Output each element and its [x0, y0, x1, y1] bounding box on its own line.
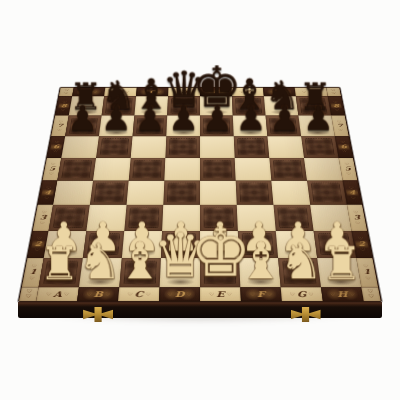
- square-e8: ♚: [200, 96, 233, 115]
- file-label-bottom-c: ♡C♡: [118, 287, 160, 301]
- square-f2: ♟: [238, 231, 278, 258]
- heart-motif-icon: ♡: [168, 292, 173, 296]
- heart-motif-icon: ♡: [271, 91, 275, 94]
- heart-motif-icon: ♡: [157, 91, 161, 94]
- heart-motif-icon: ♡: [57, 129, 62, 132]
- rank-label-right-4-label: 4: [349, 190, 356, 196]
- piece-shadow: [44, 278, 75, 286]
- square-a8: ♜: [69, 96, 104, 115]
- square-b7: ♟: [99, 116, 135, 136]
- heart-motif-icon: ♡: [93, 91, 98, 94]
- heart-motif-icon: ♡: [338, 129, 343, 132]
- heart-motif-icon: ♡: [226, 292, 231, 296]
- square-c3: [124, 205, 163, 231]
- square-b6: [96, 136, 133, 158]
- chess-board: ♡♡♡A♡♡B♡♡C♡♡D♡♡E♡♡F♡♡G♡♡H♡♡♡♡8♡♜♞♝♛♚♝♞♜♡…: [18, 87, 382, 302]
- square-a2: ♟: [44, 231, 87, 258]
- rank-label-right-8: ♡8♡: [328, 96, 345, 115]
- heart-motif-icon: ♡: [49, 172, 54, 175]
- heart-motif-icon: ♡: [331, 92, 336, 95]
- heart-motif-icon: ♡: [342, 150, 347, 153]
- square-e4: [200, 181, 237, 205]
- piece-shadow: [269, 110, 293, 115]
- heart-motif-icon: ♡: [349, 292, 355, 296]
- square-h1: ♜: [317, 258, 361, 287]
- rank-label-right-1-label: 1: [363, 269, 371, 276]
- heart-motif-icon: ♡: [44, 196, 49, 199]
- square-a3: [49, 205, 90, 231]
- file-label-top-a: ♡A♡: [72, 88, 105, 97]
- square-c4: [127, 181, 165, 205]
- white-pawn: ♟: [124, 217, 160, 257]
- piece-shadow: [85, 278, 115, 286]
- square-g5: [269, 158, 307, 181]
- square-c1: ♝: [119, 258, 161, 287]
- square-e5: [200, 158, 236, 181]
- rank-label-left-1-label: 1: [29, 269, 37, 276]
- square-a1: ♜: [39, 258, 83, 287]
- heart-motif-icon: ♡: [25, 294, 32, 299]
- piece-shadow: [73, 110, 98, 115]
- piece-shadow: [325, 278, 356, 286]
- heart-motif-icon: ♡: [105, 292, 111, 296]
- rank-label-right-6: ♡6♡: [335, 136, 353, 158]
- file-label-bottom-e: ♡E♡: [200, 287, 241, 301]
- heart-motif-icon: ♡: [346, 172, 351, 175]
- white-pawn: ♟: [45, 217, 81, 257]
- square-g2: ♟: [276, 231, 317, 258]
- square-e1: ♚: [200, 258, 240, 287]
- heart-motif-icon: ♡: [26, 289, 33, 294]
- heart-motif-icon: ♡: [112, 91, 116, 94]
- piece-shadow: [88, 250, 117, 257]
- square-d2: ♟: [161, 231, 200, 258]
- square-b2: ♟: [83, 231, 124, 258]
- rank-label-right-2: ♡2♡: [351, 231, 372, 258]
- heart-motif-icon: ♡: [250, 292, 256, 296]
- heart-motif-icon: ♡: [46, 292, 52, 296]
- border-corner-bottom-right: ♡♡: [361, 287, 380, 301]
- file-label-top-d: ♡D♡: [168, 88, 200, 97]
- heart-motif-icon: ♡: [330, 292, 336, 296]
- square-c8: ♝: [134, 96, 168, 115]
- white-pawn: ♟: [84, 217, 120, 257]
- file-label-top-a-label: A: [86, 90, 92, 94]
- piece-shadow: [237, 110, 261, 115]
- file-label-bottom-f: ♡F♡: [240, 287, 282, 301]
- square-c6: [131, 136, 167, 158]
- heart-motif-icon: ♡: [367, 289, 374, 294]
- heart-motif-icon: ♡: [358, 237, 364, 241]
- heart-motif-icon: ♡: [39, 221, 45, 225]
- square-f3: [237, 205, 276, 231]
- rank-label-left-4-label: 4: [44, 190, 51, 196]
- board-front-edge: [18, 302, 382, 318]
- heart-motif-icon: ♡: [284, 91, 288, 94]
- piece-shadow: [125, 278, 155, 286]
- heart-motif-icon: ♡: [189, 91, 193, 94]
- file-label-top-f-label: F: [245, 90, 250, 94]
- square-e6: [200, 136, 235, 158]
- file-label-bottom-b-label: B: [93, 290, 103, 298]
- heart-motif-icon: ♡: [64, 292, 70, 296]
- square-f5: [235, 158, 272, 181]
- heart-motif-icon: ♡: [53, 150, 58, 153]
- rank-label-right-7: ♡7♡: [331, 116, 349, 136]
- square-h7: ♟: [298, 116, 334, 136]
- square-c5: [129, 158, 166, 181]
- square-a5: [57, 158, 96, 181]
- piece-shadow: [106, 110, 130, 115]
- square-d7: ♟: [166, 116, 200, 136]
- square-g4: [271, 181, 310, 205]
- file-label-top-g-label: G: [276, 90, 282, 94]
- square-e2: ♟: [200, 231, 239, 258]
- heart-motif-icon: ♡: [61, 109, 66, 112]
- square-d6: [165, 136, 200, 158]
- heart-motif-icon: ♡: [302, 91, 307, 94]
- square-h8: ♜: [296, 96, 331, 115]
- square-c7: ♟: [133, 116, 168, 136]
- square-f7: ♟: [233, 116, 268, 136]
- heart-motif-icon: ♡: [80, 91, 85, 94]
- heart-motif-icon: ♡: [350, 196, 355, 199]
- piece-shadow: [285, 278, 315, 286]
- heart-motif-icon: ♡: [308, 292, 314, 296]
- file-label-top-c-label: C: [149, 90, 155, 94]
- piece-shadow: [104, 130, 129, 135]
- heart-motif-icon: ♡: [36, 237, 42, 241]
- piece-shadow: [283, 250, 312, 257]
- square-c2: ♟: [122, 231, 162, 258]
- square-f1: ♝: [239, 258, 281, 287]
- rank-label-right-4: ♡4♡: [343, 181, 362, 205]
- piece-shadow: [204, 110, 228, 115]
- file-label-bottom-a-label: A: [53, 290, 63, 298]
- square-d3: [162, 205, 200, 231]
- white-pawn: ♟: [202, 217, 238, 257]
- square-g8: ♞: [264, 96, 299, 115]
- heart-motif-icon: ♡: [34, 248, 40, 252]
- file-label-top-g: ♡G♡: [263, 88, 296, 97]
- square-a7: ♟: [65, 116, 101, 136]
- square-b8: ♞: [102, 96, 137, 115]
- file-label-bottom-e-label: E: [216, 290, 224, 298]
- white-pawn: ♟: [280, 217, 316, 257]
- heart-motif-icon: ♡: [175, 91, 179, 94]
- piece-shadow: [139, 110, 163, 115]
- piece-shadow: [165, 278, 195, 286]
- square-h4: [307, 181, 347, 205]
- piece-shadow: [137, 130, 162, 135]
- heart-motif-icon: ♡: [289, 292, 295, 296]
- square-e7: ♟: [200, 116, 234, 136]
- rank-label-right-1: ♡1♡: [356, 258, 378, 287]
- square-f4: [236, 181, 274, 205]
- board-surface: ♡♡♡A♡♡B♡♡C♡♡D♡♡E♡♡F♡♡G♡♡H♡♡♡♡8♡♜♞♝♛♚♝♞♜♡…: [18, 87, 382, 302]
- square-a6: [61, 136, 99, 158]
- heart-motif-icon: ♡: [86, 292, 92, 296]
- piece-shadow: [238, 130, 263, 135]
- file-label-top-c: ♡C♡: [136, 88, 168, 97]
- file-label-top-e-label: E: [213, 90, 218, 94]
- piece-shadow: [245, 278, 275, 286]
- file-label-bottom-b: ♡B♡: [77, 287, 119, 301]
- square-g3: [273, 205, 313, 231]
- file-label-bottom-h: ♡H♡: [321, 287, 364, 301]
- file-label-top-e: ♡E♡: [200, 88, 232, 97]
- white-pawn: ♟: [163, 217, 199, 257]
- border-corner-top-right: ♡♡: [326, 88, 341, 97]
- square-h3: [310, 205, 351, 231]
- file-label-top-b-label: B: [117, 90, 123, 94]
- heart-motif-icon: ♡: [207, 91, 211, 94]
- file-label-top-b: ♡B♡: [104, 88, 137, 97]
- file-label-top-f: ♡F♡: [232, 88, 264, 97]
- file-label-bottom-g-label: G: [297, 290, 307, 298]
- heart-motif-icon: ♡: [335, 109, 340, 112]
- piece-shadow: [166, 250, 195, 257]
- heart-motif-icon: ♡: [145, 292, 151, 296]
- piece-shadow: [172, 110, 196, 115]
- chess-set-photo: ♡♡♡A♡♡B♡♡C♡♡D♡♡E♡♡F♡♡G♡♡H♡♡♡♡8♡♜♞♝♛♚♝♞♜♡…: [0, 0, 400, 400]
- heart-motif-icon: ♡: [355, 221, 361, 225]
- square-h6: [301, 136, 339, 158]
- piece-shadow: [305, 130, 330, 135]
- heart-motif-icon: ♡: [252, 91, 256, 94]
- square-h5: [304, 158, 343, 181]
- file-label-bottom-f-label: F: [257, 290, 265, 298]
- heart-motif-icon: ♡: [368, 294, 375, 299]
- piece-shadow: [302, 110, 327, 115]
- heart-motif-icon: ♡: [127, 292, 133, 296]
- square-b3: [86, 205, 126, 231]
- white-pawn: ♟: [241, 217, 277, 257]
- square-d1: ♛: [160, 258, 200, 287]
- square-g6: [267, 136, 304, 158]
- heart-motif-icon: ♡: [365, 276, 371, 280]
- square-d4: [163, 181, 200, 205]
- piece-shadow: [49, 250, 79, 257]
- piece-shadow: [271, 130, 296, 135]
- square-h2: ♟: [314, 231, 357, 258]
- piece-shadow: [70, 130, 95, 135]
- piece-shadow: [321, 250, 351, 257]
- heart-motif-icon: ♡: [239, 91, 243, 94]
- heart-motif-icon: ♡: [267, 292, 273, 296]
- piece-shadow: [171, 130, 196, 135]
- border-corner-bottom-left: ♡♡: [19, 287, 38, 301]
- square-b4: [90, 181, 129, 205]
- square-f6: [234, 136, 270, 158]
- square-d8: ♛: [167, 96, 200, 115]
- file-label-bottom-d: ♡D♡: [159, 287, 200, 301]
- file-label-bottom-g: ♡G♡: [281, 287, 323, 301]
- square-e3: [200, 205, 238, 231]
- file-label-top-d-label: D: [181, 90, 187, 94]
- square-g7: ♟: [266, 116, 302, 136]
- heart-motif-icon: ♡: [125, 91, 129, 94]
- square-d5: [164, 158, 200, 181]
- file-label-bottom-a: ♡A♡: [36, 287, 79, 301]
- white-pawn: ♟: [319, 217, 355, 257]
- heart-motif-icon: ♡: [316, 91, 321, 94]
- square-f8: ♝: [232, 96, 266, 115]
- piece-shadow: [205, 278, 235, 286]
- square-g1: ♞: [278, 258, 321, 287]
- square-b5: [93, 158, 131, 181]
- file-label-bottom-h-label: H: [337, 290, 349, 298]
- piece-shadow: [204, 130, 229, 135]
- piece-shadow: [244, 250, 273, 257]
- heart-motif-icon: ♡: [63, 92, 68, 95]
- file-label-bottom-d-label: D: [175, 290, 185, 298]
- file-label-top-h-label: H: [308, 90, 315, 94]
- piece-shadow: [127, 250, 156, 257]
- heart-motif-icon: ♡: [144, 91, 148, 94]
- heart-motif-icon: ♡: [29, 276, 35, 280]
- piece-shadow: [205, 250, 234, 257]
- square-b1: ♞: [79, 258, 122, 287]
- heart-motif-icon: ♡: [209, 292, 214, 296]
- square-a4: [53, 181, 93, 205]
- file-label-bottom-c-label: C: [134, 290, 143, 298]
- rank-label-right-5: ♡5♡: [339, 158, 358, 181]
- heart-motif-icon: ♡: [186, 292, 191, 296]
- rank-label-right-3: ♡3♡: [347, 205, 367, 231]
- file-label-top-h: ♡H♡: [295, 88, 328, 97]
- heart-motif-icon: ♡: [360, 248, 366, 252]
- heart-motif-icon: ♡: [220, 91, 224, 94]
